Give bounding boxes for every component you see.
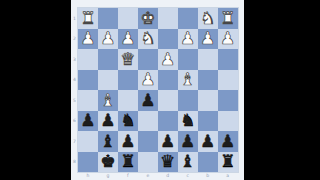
square-e8[interactable] (138, 152, 158, 173)
square-f7[interactable]: ♟ (118, 131, 138, 152)
file-label-d: d (158, 172, 178, 179)
file-label-a: a (218, 172, 238, 179)
square-g2[interactable]: ♟ (98, 29, 118, 50)
square-f1[interactable] (118, 8, 138, 29)
file-label-f: f (118, 172, 138, 179)
square-b7[interactable]: ♟ (198, 131, 218, 152)
square-a7[interactable]: ♟ (218, 131, 238, 152)
black-rook-piece: ♜ (120, 153, 135, 170)
file-label-c: c (178, 172, 198, 179)
square-a5[interactable] (218, 90, 238, 111)
square-b8[interactable] (198, 152, 218, 173)
rank-label-8: 8 (71, 152, 78, 173)
square-h7[interactable] (78, 131, 98, 152)
square-b5[interactable] (198, 90, 218, 111)
square-b2[interactable]: ♟ (198, 29, 218, 50)
black-pawn-piece: ♟ (180, 132, 195, 149)
square-e6[interactable] (138, 111, 158, 132)
square-e4[interactable]: ♟ (138, 70, 158, 91)
square-h4[interactable] (78, 70, 98, 91)
square-e3[interactable] (138, 49, 158, 70)
square-d2[interactable] (158, 29, 178, 50)
white-pawn-piece: ♟ (160, 50, 175, 67)
rank-label-3: 3 (71, 49, 78, 70)
file-labels: hgfedcba (78, 172, 238, 179)
black-knight-piece: ♞ (180, 112, 195, 129)
black-bishop-piece: ♝ (180, 153, 195, 170)
square-h3[interactable] (78, 49, 98, 70)
white-pawn-piece: ♟ (120, 30, 135, 47)
rank-label-6: 6 (71, 111, 78, 132)
white-king-piece: ♚ (140, 9, 155, 26)
square-c8[interactable]: ♝ (178, 152, 198, 173)
black-queen-piece: ♛ (160, 153, 175, 170)
file-label-b: b (198, 172, 218, 179)
square-d6[interactable] (158, 111, 178, 132)
white-knight-piece: ♞ (200, 9, 215, 26)
square-a4[interactable] (218, 70, 238, 91)
square-g8[interactable]: ♚ (98, 152, 118, 173)
square-a2[interactable]: ♟ (218, 29, 238, 50)
black-pawn-piece: ♟ (160, 132, 175, 149)
rank-label-5: 5 (71, 90, 78, 111)
square-c4[interactable]: ♝ (178, 70, 198, 91)
square-d4[interactable] (158, 70, 178, 91)
black-bishop-piece: ♝ (100, 132, 115, 149)
square-f8[interactable]: ♜ (118, 152, 138, 173)
square-h1[interactable]: ♜ (78, 8, 98, 29)
square-c3[interactable] (178, 49, 198, 70)
square-f2[interactable]: ♟ (118, 29, 138, 50)
white-bishop-piece: ♝ (180, 71, 195, 88)
square-a3[interactable] (218, 49, 238, 70)
square-d7[interactable]: ♟ (158, 131, 178, 152)
square-e7[interactable] (138, 131, 158, 152)
black-knight-piece: ♞ (120, 112, 135, 129)
white-bishop-piece: ♝ (100, 91, 115, 108)
rank-label-2: 2 (71, 29, 78, 50)
square-g6[interactable]: ♟ (98, 111, 118, 132)
white-rook-piece: ♜ (80, 9, 95, 26)
square-d3[interactable]: ♟ (158, 49, 178, 70)
square-c1[interactable] (178, 8, 198, 29)
square-h5[interactable] (78, 90, 98, 111)
rank-label-7: 7 (71, 131, 78, 152)
square-b6[interactable] (198, 111, 218, 132)
square-f4[interactable] (118, 70, 138, 91)
square-c2[interactable]: ♟ (178, 29, 198, 50)
square-g5[interactable]: ♝ (98, 90, 118, 111)
black-rook-piece: ♜ (220, 153, 235, 170)
square-e1[interactable]: ♚ (138, 8, 158, 29)
file-label-h: h (78, 172, 98, 179)
square-c5[interactable] (178, 90, 198, 111)
black-pawn-piece: ♟ (140, 91, 155, 108)
white-pawn-piece: ♟ (80, 30, 95, 47)
black-pawn-piece: ♟ (100, 112, 115, 129)
white-queen-piece: ♛ (120, 50, 135, 67)
square-e2[interactable]: ♞ (138, 29, 158, 50)
black-pawn-piece: ♟ (200, 132, 215, 149)
file-label-e: e (138, 172, 158, 179)
white-pawn-piece: ♟ (180, 30, 195, 47)
square-a8[interactable]: ♜ (218, 152, 238, 173)
square-f3[interactable]: ♛ (118, 49, 138, 70)
square-h2[interactable]: ♟ (78, 29, 98, 50)
white-pawn-piece: ♟ (200, 30, 215, 47)
rank-label-4: 4 (71, 70, 78, 91)
square-a6[interactable] (218, 111, 238, 132)
square-f6[interactable]: ♞ (118, 111, 138, 132)
square-b1[interactable]: ♞ (198, 8, 218, 29)
square-b4[interactable] (198, 70, 218, 91)
square-d8[interactable]: ♛ (158, 152, 178, 173)
black-pawn-piece: ♟ (80, 112, 95, 129)
black-pawn-piece: ♟ (120, 132, 135, 149)
square-g7[interactable]: ♝ (98, 131, 118, 152)
file-label-g: g (98, 172, 118, 179)
square-g3[interactable] (98, 49, 118, 70)
white-pawn-piece: ♟ (140, 71, 155, 88)
white-pawn-piece: ♟ (100, 30, 115, 47)
rank-labels: 12345678 (71, 8, 78, 172)
white-knight-piece: ♞ (140, 30, 155, 47)
chess-board: ♜♚♞♜♟♟♟♞♟♟♟♛♟♟♝♝♟♟♟♞♞♝♟♟♟♟♟♚♜♛♝♜ (78, 8, 238, 172)
square-f5[interactable] (118, 90, 138, 111)
rank-label-1: 1 (71, 8, 78, 29)
square-d1[interactable] (158, 8, 178, 29)
black-pawn-piece: ♟ (220, 132, 235, 149)
square-h6[interactable]: ♟ (78, 111, 98, 132)
square-c6[interactable]: ♞ (178, 111, 198, 132)
white-rook-piece: ♜ (220, 9, 235, 26)
square-g4[interactable] (98, 70, 118, 91)
square-b3[interactable] (198, 49, 218, 70)
square-d5[interactable] (158, 90, 178, 111)
square-c7[interactable]: ♟ (178, 131, 198, 152)
square-e5[interactable]: ♟ (138, 90, 158, 111)
square-h8[interactable] (78, 152, 98, 173)
square-a1[interactable]: ♜ (218, 8, 238, 29)
black-king-piece: ♚ (100, 153, 115, 170)
white-pawn-piece: ♟ (220, 30, 235, 47)
square-g1[interactable] (98, 8, 118, 29)
